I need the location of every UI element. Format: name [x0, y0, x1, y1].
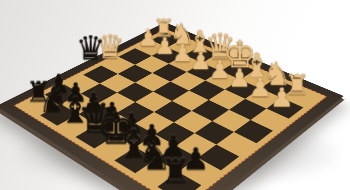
square-d4 [153, 82, 189, 101]
photo-description: Product photo of a Dubrovnik-style Staun… [0, 0, 1, 1]
white-rook: ♜ [152, 17, 174, 41]
square-e1: ♚ [221, 62, 255, 80]
square-f2: ♟ [225, 80, 261, 99]
extra-black-queen-on-frame: ♛ [76, 32, 100, 65]
white-king: ♚ [223, 35, 247, 72]
white-bishop: ♝ [242, 49, 267, 81]
white-knight: ♞ [262, 58, 287, 90]
square-c8: ♝ [57, 114, 96, 137]
square-b5 [100, 74, 135, 93]
chess-set-product-photo: Product photo of a Dubrovnik-style Staun… [0, 0, 350, 190]
square-c7: ♟ [78, 103, 116, 125]
square-g1: ♞ [260, 79, 295, 98]
white-queen: ♛ [204, 29, 228, 65]
white-bishop: ♝ [186, 26, 209, 57]
black-pawn: ♟ [46, 71, 72, 97]
